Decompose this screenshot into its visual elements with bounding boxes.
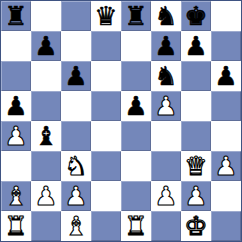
piece-white-bishop[interactable]: ♝ bbox=[64, 211, 87, 241]
square-f7[interactable]: ♟ bbox=[151, 31, 181, 61]
piece-white-bishop[interactable]: ♝ bbox=[4, 181, 27, 211]
square-d8[interactable]: ♛ bbox=[91, 1, 121, 31]
square-g3[interactable]: ♛ bbox=[181, 151, 211, 181]
square-f1[interactable] bbox=[151, 211, 181, 241]
square-e8[interactable]: ♜ bbox=[121, 1, 151, 31]
piece-black-pawn[interactable]: ♟ bbox=[4, 91, 27, 121]
piece-black-pawn[interactable]: ♟ bbox=[124, 91, 147, 121]
piece-white-king[interactable]: ♚ bbox=[184, 211, 207, 241]
piece-black-pawn[interactable]: ♟ bbox=[64, 61, 87, 91]
piece-white-pawn[interactable]: ♟ bbox=[154, 181, 177, 211]
square-a2[interactable]: ♝ bbox=[1, 181, 31, 211]
square-g4[interactable] bbox=[181, 121, 211, 151]
square-h7[interactable] bbox=[211, 31, 241, 61]
square-a4[interactable]: ♟ bbox=[1, 121, 31, 151]
square-h5[interactable] bbox=[211, 91, 241, 121]
piece-black-knight[interactable]: ♞ bbox=[154, 1, 177, 31]
square-g7[interactable]: ♟ bbox=[181, 31, 211, 61]
piece-white-pawn[interactable]: ♟ bbox=[4, 121, 27, 151]
square-a1[interactable]: ♜ bbox=[1, 211, 31, 241]
piece-white-rook[interactable]: ♜ bbox=[4, 211, 27, 241]
square-d6[interactable] bbox=[91, 61, 121, 91]
square-e3[interactable] bbox=[121, 151, 151, 181]
square-g8[interactable]: ♚ bbox=[181, 1, 211, 31]
square-c2[interactable]: ♟ bbox=[61, 181, 91, 211]
piece-black-knight[interactable]: ♞ bbox=[154, 61, 177, 91]
square-g5[interactable] bbox=[181, 91, 211, 121]
square-c7[interactable] bbox=[61, 31, 91, 61]
square-a8[interactable]: ♜ bbox=[1, 1, 31, 31]
square-c8[interactable] bbox=[61, 1, 91, 31]
piece-black-bishop[interactable]: ♝ bbox=[34, 121, 57, 151]
square-b2[interactable]: ♟ bbox=[31, 181, 61, 211]
square-h3[interactable]: ♟ bbox=[211, 151, 241, 181]
square-c4[interactable] bbox=[61, 121, 91, 151]
square-f6[interactable]: ♞ bbox=[151, 61, 181, 91]
square-e4[interactable] bbox=[121, 121, 151, 151]
square-h4[interactable] bbox=[211, 121, 241, 151]
square-b3[interactable] bbox=[31, 151, 61, 181]
piece-black-rook[interactable]: ♜ bbox=[124, 1, 147, 31]
square-d2[interactable] bbox=[91, 181, 121, 211]
square-c1[interactable]: ♝ bbox=[61, 211, 91, 241]
square-f3[interactable] bbox=[151, 151, 181, 181]
piece-white-pawn[interactable]: ♟ bbox=[184, 181, 207, 211]
square-e7[interactable] bbox=[121, 31, 151, 61]
piece-white-queen[interactable]: ♛ bbox=[184, 151, 207, 181]
chess-board: ♜♛♜♞♚♟♟♟♟♞♟♟♟♟♟♝♞♛♟♝♟♟♟♟♜♝♜♚ bbox=[0, 0, 242, 242]
piece-black-pawn[interactable]: ♟ bbox=[154, 31, 177, 61]
piece-white-pawn[interactable]: ♟ bbox=[214, 151, 237, 181]
piece-white-knight[interactable]: ♞ bbox=[64, 151, 87, 181]
piece-white-pawn[interactable]: ♟ bbox=[64, 181, 87, 211]
square-d1[interactable] bbox=[91, 211, 121, 241]
square-f2[interactable]: ♟ bbox=[151, 181, 181, 211]
piece-black-king[interactable]: ♚ bbox=[184, 1, 207, 31]
square-b5[interactable] bbox=[31, 91, 61, 121]
piece-white-rook[interactable]: ♜ bbox=[124, 211, 147, 241]
square-e1[interactable]: ♜ bbox=[121, 211, 151, 241]
piece-black-rook[interactable]: ♜ bbox=[4, 1, 27, 31]
square-d3[interactable] bbox=[91, 151, 121, 181]
square-d4[interactable] bbox=[91, 121, 121, 151]
square-f4[interactable] bbox=[151, 121, 181, 151]
square-h2[interactable] bbox=[211, 181, 241, 211]
piece-white-pawn[interactable]: ♟ bbox=[154, 91, 177, 121]
square-a3[interactable] bbox=[1, 151, 31, 181]
square-g1[interactable]: ♚ bbox=[181, 211, 211, 241]
square-b7[interactable]: ♟ bbox=[31, 31, 61, 61]
square-e2[interactable] bbox=[121, 181, 151, 211]
piece-white-pawn[interactable]: ♟ bbox=[34, 181, 57, 211]
square-c5[interactable] bbox=[61, 91, 91, 121]
square-a7[interactable] bbox=[1, 31, 31, 61]
square-a5[interactable]: ♟ bbox=[1, 91, 31, 121]
square-e6[interactable] bbox=[121, 61, 151, 91]
square-g2[interactable]: ♟ bbox=[181, 181, 211, 211]
square-b8[interactable] bbox=[31, 1, 61, 31]
piece-black-pawn[interactable]: ♟ bbox=[34, 31, 57, 61]
square-f8[interactable]: ♞ bbox=[151, 1, 181, 31]
square-h6[interactable]: ♟ bbox=[211, 61, 241, 91]
square-b6[interactable] bbox=[31, 61, 61, 91]
square-b1[interactable] bbox=[31, 211, 61, 241]
piece-black-pawn[interactable]: ♟ bbox=[184, 31, 207, 61]
square-d5[interactable] bbox=[91, 91, 121, 121]
square-d7[interactable] bbox=[91, 31, 121, 61]
square-c6[interactable]: ♟ bbox=[61, 61, 91, 91]
square-c3[interactable]: ♞ bbox=[61, 151, 91, 181]
square-g6[interactable] bbox=[181, 61, 211, 91]
square-h8[interactable] bbox=[211, 1, 241, 31]
square-b4[interactable]: ♝ bbox=[31, 121, 61, 151]
square-f5[interactable]: ♟ bbox=[151, 91, 181, 121]
square-e5[interactable]: ♟ bbox=[121, 91, 151, 121]
piece-black-queen[interactable]: ♛ bbox=[94, 1, 117, 31]
square-h1[interactable] bbox=[211, 211, 241, 241]
piece-black-pawn[interactable]: ♟ bbox=[214, 61, 237, 91]
square-a6[interactable] bbox=[1, 61, 31, 91]
